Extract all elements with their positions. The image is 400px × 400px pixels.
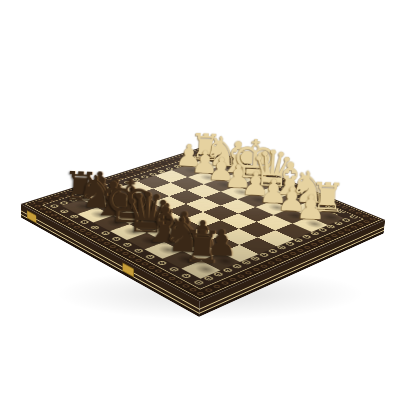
brass-latch [27,210,37,224]
piece-white-pawn[interactable]: ♟ [295,190,326,225]
product-photo-scene: ♜♞♝♛♚♝♞♜♟♟♟♟♟♟♟♟♟♟♟♟♟♟♟♟♜♞♝♛♚♝♞♜ [0,0,400,400]
brass-hinge [122,262,134,277]
piece-black-rook[interactable]: ♜ [181,224,223,270]
